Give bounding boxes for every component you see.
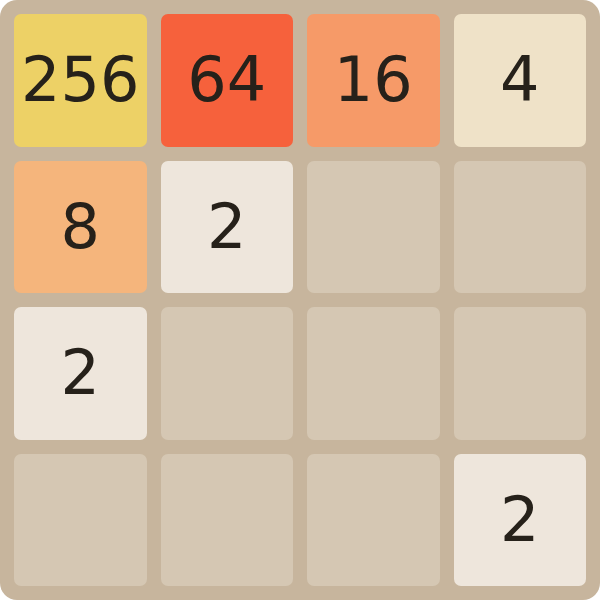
tile-16-r0c2: 16 [307, 14, 440, 147]
tile-2-r1c1: 2 [161, 161, 294, 294]
cell-empty-r3c0 [14, 454, 147, 587]
tile-2-r3c3: 2 [454, 454, 587, 587]
tile-64-r0c1: 64 [161, 14, 294, 147]
cell-empty-r2c2 [307, 307, 440, 440]
tile-8-r1c0: 8 [14, 161, 147, 294]
cell-empty-r1c3 [454, 161, 587, 294]
cell-empty-r3c1 [161, 454, 294, 587]
cell-empty-r3c2 [307, 454, 440, 587]
tile-4-r0c3: 4 [454, 14, 587, 147]
cell-empty-r1c2 [307, 161, 440, 294]
cell-empty-r2c1 [161, 307, 294, 440]
tile-256-r0c0: 256 [14, 14, 147, 147]
cell-empty-r2c3 [454, 307, 587, 440]
board-2048[interactable]: 256641648222 [0, 0, 600, 600]
tile-2-r2c0: 2 [14, 307, 147, 440]
